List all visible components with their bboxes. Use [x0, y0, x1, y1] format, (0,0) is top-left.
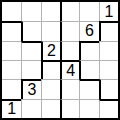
cell-r1c5[interactable]	[79, 2, 98, 21]
cell-r1c2[interactable]	[21, 2, 40, 21]
cell-r2c4[interactable]	[60, 21, 79, 40]
given-digit: 2	[47, 43, 56, 59]
cell-r4c1[interactable]	[2, 60, 21, 79]
cell-r3c1[interactable]	[2, 41, 21, 60]
cell-r6c4[interactable]	[60, 99, 79, 118]
cell-r4c6[interactable]	[99, 60, 118, 79]
cell-r6c3[interactable]	[41, 99, 60, 118]
cell-r1c3[interactable]	[41, 2, 60, 21]
cell-r4c5[interactable]	[79, 60, 98, 79]
cell-r6c2[interactable]	[21, 99, 40, 118]
cell-r5c3[interactable]	[41, 79, 60, 98]
cell-r4c4[interactable]: 4	[60, 60, 79, 79]
given-digit: 1	[7, 101, 16, 117]
cell-r4c2[interactable]	[21, 60, 40, 79]
cell-r5c6[interactable]	[99, 79, 118, 98]
given-digit: 6	[85, 23, 94, 39]
cell-r6c1[interactable]: 1	[2, 99, 21, 118]
cell-r3c4[interactable]	[60, 41, 79, 60]
cell-r2c5[interactable]: 6	[79, 21, 98, 40]
cell-r3c3[interactable]: 2	[41, 41, 60, 60]
cell-r1c4[interactable]	[60, 2, 79, 21]
cell-r2c1[interactable]	[2, 21, 21, 40]
cell-r6c5[interactable]	[79, 99, 98, 118]
cell-r1c1[interactable]	[2, 2, 21, 21]
given-digit: 3	[28, 82, 37, 98]
cell-r3c2[interactable]	[21, 41, 40, 60]
given-digit: 1	[104, 4, 113, 20]
cell-r2c6[interactable]	[99, 21, 118, 40]
cell-r5c4[interactable]	[60, 79, 79, 98]
cell-r2c3[interactable]	[41, 21, 60, 40]
cell-r4c3[interactable]	[41, 60, 60, 79]
cell-r5c1[interactable]	[2, 79, 21, 98]
cell-r2c2[interactable]	[21, 21, 40, 40]
sudoku-board: 162431	[0, 0, 120, 120]
given-digit: 4	[66, 63, 75, 79]
cell-r5c2[interactable]: 3	[21, 79, 40, 98]
cell-r3c5[interactable]	[79, 41, 98, 60]
cell-r6c6[interactable]	[99, 99, 118, 118]
cell-r1c6[interactable]: 1	[99, 2, 118, 21]
cell-r3c6[interactable]	[99, 41, 118, 60]
cell-r5c5[interactable]	[79, 79, 98, 98]
